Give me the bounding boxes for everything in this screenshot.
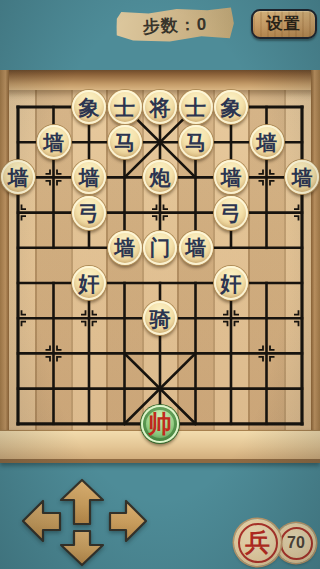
piece-gate: 门 [143,231,177,265]
settings-label: 设置 [266,14,302,35]
piece-bow: 弓 [72,196,106,230]
arrow-up-button[interactable] [61,480,103,524]
piece-elephant: 象 [214,90,248,124]
piece-bow: 弓 [214,196,248,230]
game-screen: 步数 : 0 设置 象士将士象墙马马墙墙墙炮墙墙弓弓墙门墙奸奸骑帅 兵 70 [0,0,320,569]
soldier-char: 兵 [245,530,270,555]
dpad [0,470,170,569]
piece-wall: 墙 [285,160,319,194]
piece-cannon: 炮 [143,160,177,194]
piece-marshal[interactable]: 帅 [141,405,179,443]
xiangqi-board: 象士将士象墙马马墙墙墙炮墙墙弓弓墙门墙奸奸骑帅 [0,70,320,463]
piece-wall: 墙 [179,231,213,265]
piece-traitor: 奸 [214,266,248,300]
piece-wall: 墙 [37,125,71,159]
arrow-right-button[interactable] [110,501,146,541]
piece-traitor: 奸 [72,266,106,300]
piece-wall: 墙 [1,160,35,194]
piece-general: 将 [143,90,177,124]
piece-wall: 墙 [72,160,106,194]
piece-wall: 墙 [250,125,284,159]
pieces-layer: 象士将士象墙马马墙墙墙炮墙墙弓弓墙门墙奸奸骑帅 [0,70,320,463]
level-number: 70 [287,535,305,551]
level-number-badge: 70 [276,523,316,563]
soldier-level-badge: 兵 [234,519,281,566]
arrow-down-button[interactable] [61,531,103,565]
piece-elephant: 象 [72,90,106,124]
piece-rider: 骑 [143,301,177,335]
steps-text: 步数 : 0 [142,13,208,39]
piece-horse: 马 [108,125,142,159]
arrow-left-button[interactable] [23,501,60,541]
piece-wall: 墙 [214,160,248,194]
piece-advisor: 士 [108,90,142,124]
piece-wall: 墙 [108,231,142,265]
piece-horse: 马 [179,125,213,159]
piece-advisor: 士 [179,90,213,124]
settings-button[interactable]: 设置 [251,9,317,39]
steps-counter: 步数 : 0 [115,6,234,44]
